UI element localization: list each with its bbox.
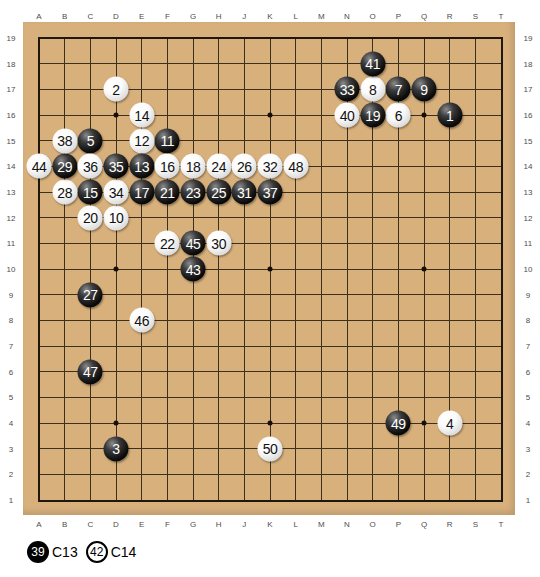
stone-white-50: 50	[258, 436, 283, 461]
caption-moves: 39C1342C14	[27, 539, 141, 564]
stone-black-11: 11	[155, 128, 180, 153]
star-point	[268, 267, 273, 272]
stone-white-36: 36	[78, 154, 103, 179]
coord-label-bottom: C	[87, 520, 93, 529]
coord-label-left: 3	[9, 444, 13, 453]
coord-label-left: 13	[7, 188, 16, 197]
coord-label-right: 16	[524, 111, 533, 120]
stone-white-46: 46	[129, 308, 154, 333]
caption-stone-white-42: 42	[86, 541, 108, 563]
stone-black-41: 41	[360, 51, 385, 76]
stone-white-12: 12	[129, 128, 154, 153]
stone-black-5: 5	[78, 128, 103, 153]
coord-label-left: 7	[9, 342, 13, 351]
coord-label-right: 12	[524, 213, 533, 222]
coord-label-bottom: G	[190, 520, 196, 529]
coord-label-top: T	[499, 12, 504, 21]
coord-label-bottom: Q	[421, 520, 427, 529]
coord-label-left: 11	[7, 239, 15, 248]
coord-label-right: 13	[524, 188, 533, 197]
stone-black-33: 33	[335, 77, 360, 102]
stone-white-10: 10	[104, 205, 129, 230]
coord-label-left: 8	[9, 316, 13, 325]
coord-label-bottom: E	[139, 520, 144, 529]
stone-black-19: 19	[360, 103, 385, 128]
coord-label-bottom: O	[370, 520, 376, 529]
coord-label-left: 1	[9, 496, 13, 505]
star-point	[422, 113, 427, 118]
coord-label-bottom: S	[473, 520, 478, 529]
caption-stone-black-39: 39	[27, 541, 49, 563]
stone-black-1: 1	[437, 103, 462, 128]
coord-label-top: Q	[421, 12, 427, 21]
coord-label-left: 17	[7, 85, 16, 94]
stone-white-30: 30	[206, 231, 231, 256]
coord-label-right: 10	[524, 265, 533, 274]
stone-white-18: 18	[181, 154, 206, 179]
coord-label-top: R	[447, 12, 453, 21]
coord-label-right: 17	[524, 85, 533, 94]
coord-label-left: 5	[9, 393, 13, 402]
stone-black-47: 47	[78, 359, 103, 384]
coord-label-bottom: A	[36, 520, 41, 529]
stone-white-28: 28	[52, 180, 77, 205]
coord-label-right: 11	[524, 239, 532, 248]
stone-black-49: 49	[386, 411, 411, 436]
coord-label-top: G	[190, 12, 196, 21]
stone-black-37: 37	[258, 180, 283, 205]
stone-black-21: 21	[155, 180, 180, 205]
stone-white-32: 32	[258, 154, 283, 179]
stone-white-20: 20	[78, 205, 103, 230]
coord-label-right: 6	[526, 367, 530, 376]
stone-white-24: 24	[206, 154, 231, 179]
coord-label-bottom: H	[216, 520, 222, 529]
coord-label-bottom: J	[242, 520, 246, 529]
star-point	[114, 113, 119, 118]
coord-label-right: 7	[526, 342, 530, 351]
coord-label-left: 6	[9, 367, 13, 376]
stone-black-25: 25	[206, 180, 231, 205]
coord-label-right: 5	[526, 393, 530, 402]
coord-label-top: K	[267, 12, 272, 21]
stone-white-38: 38	[52, 128, 77, 153]
coord-label-right: 15	[524, 136, 533, 145]
coord-label-right: 9	[526, 290, 530, 299]
coord-label-top: M	[318, 12, 325, 21]
coord-label-top: L	[293, 12, 297, 21]
coord-label-right: 4	[526, 419, 530, 428]
star-point	[422, 267, 427, 272]
coord-label-top: H	[216, 12, 222, 21]
star-point	[114, 421, 119, 426]
coord-label-top: J	[242, 12, 246, 21]
coord-label-top: P	[396, 12, 401, 21]
go-move-diagram: 39C1342C14 AABBCCDDEEFFGGHHJJKKLLMMNNOOP…	[0, 0, 540, 577]
stone-black-9: 9	[412, 77, 437, 102]
coord-label-top: O	[370, 12, 376, 21]
stone-black-31: 31	[232, 180, 257, 205]
coord-label-left: 4	[9, 419, 13, 428]
coord-label-left: 9	[9, 290, 13, 299]
stone-white-16: 16	[155, 154, 180, 179]
stone-white-44: 44	[27, 154, 52, 179]
coord-label-right: 1	[526, 496, 530, 505]
coord-label-right: 18	[524, 59, 533, 68]
stone-black-43: 43	[181, 257, 206, 282]
stone-white-34: 34	[104, 180, 129, 205]
coord-label-left: 10	[7, 265, 16, 274]
coord-label-right: 8	[526, 316, 530, 325]
coord-label-bottom: D	[113, 520, 119, 529]
stone-white-4: 4	[437, 411, 462, 436]
stone-black-7: 7	[386, 77, 411, 102]
coord-label-right: 14	[524, 162, 533, 171]
stone-white-22: 22	[155, 231, 180, 256]
coord-label-top: B	[62, 12, 67, 21]
coord-label-left: 16	[7, 111, 16, 120]
coord-label-bottom: F	[165, 520, 170, 529]
stone-white-40: 40	[335, 103, 360, 128]
coord-label-top: E	[139, 12, 144, 21]
stone-white-48: 48	[283, 154, 308, 179]
coord-label-left: 15	[7, 136, 16, 145]
stone-black-27: 27	[78, 282, 103, 307]
coord-label-right: 2	[526, 470, 530, 479]
star-point	[114, 267, 119, 272]
coord-label-top: N	[344, 12, 350, 21]
coord-label-top: D	[113, 12, 119, 21]
caption-coord: C14	[111, 544, 137, 560]
coord-label-left: 18	[7, 59, 16, 68]
coord-label-right: 3	[526, 444, 530, 453]
stone-black-23: 23	[181, 180, 206, 205]
coord-label-left: 19	[7, 34, 16, 43]
coord-label-bottom: M	[318, 520, 325, 529]
stone-white-26: 26	[232, 154, 257, 179]
star-point	[422, 421, 427, 426]
coord-label-bottom: K	[267, 520, 272, 529]
star-point	[268, 421, 273, 426]
coord-label-left: 2	[9, 470, 13, 479]
star-point	[268, 113, 273, 118]
coord-label-bottom: P	[396, 520, 401, 529]
coord-label-top: F	[165, 12, 170, 21]
stone-black-35: 35	[104, 154, 129, 179]
coord-label-bottom: N	[344, 520, 350, 529]
stone-black-13: 13	[129, 154, 154, 179]
coord-label-top: S	[473, 12, 478, 21]
coord-label-bottom: R	[447, 520, 453, 529]
stone-black-15: 15	[78, 180, 103, 205]
coord-label-bottom: L	[293, 520, 297, 529]
stone-white-8: 8	[360, 77, 385, 102]
coord-label-bottom: B	[62, 520, 67, 529]
coord-label-bottom: T	[499, 520, 504, 529]
coord-label-left: 12	[7, 213, 16, 222]
coord-label-top: A	[36, 12, 41, 21]
coord-label-right: 19	[524, 34, 533, 43]
stone-black-3: 3	[104, 436, 129, 461]
stone-white-14: 14	[129, 103, 154, 128]
stone-white-6: 6	[386, 103, 411, 128]
caption-coord: C13	[52, 544, 78, 560]
coord-label-left: 14	[7, 162, 16, 171]
coord-label-top: C	[87, 12, 93, 21]
stone-black-45: 45	[181, 231, 206, 256]
stone-black-17: 17	[129, 180, 154, 205]
stone-black-29: 29	[52, 154, 77, 179]
stone-white-2: 2	[104, 77, 129, 102]
